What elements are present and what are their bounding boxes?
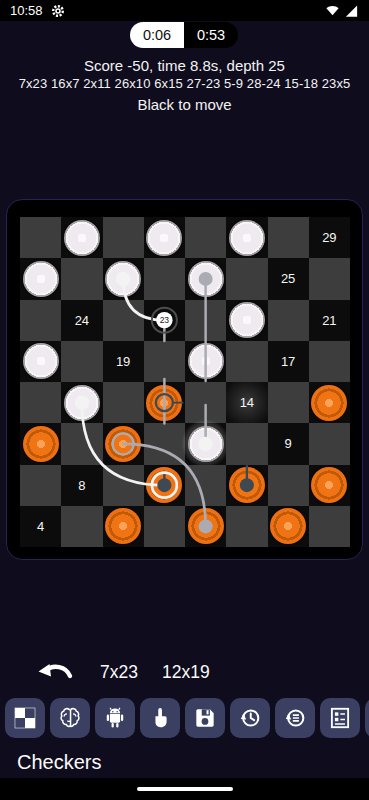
black-piece[interactable] xyxy=(105,508,141,544)
square-21[interactable]: 21 xyxy=(309,300,350,341)
square-22[interactable] xyxy=(226,300,267,341)
phone-screen: 10:58 0:06 0:53 Score -50, time 8.8s, de… xyxy=(0,0,369,800)
white-piece[interactable] xyxy=(229,220,265,256)
light-square xyxy=(185,300,226,341)
light-square xyxy=(226,506,267,547)
black-piece[interactable] xyxy=(146,467,182,503)
light-square xyxy=(226,258,267,299)
square-number: 19 xyxy=(116,354,130,369)
status-clock: 10:58 xyxy=(10,3,43,18)
game-clocks: 0:06 0:53 xyxy=(130,22,238,48)
light-square xyxy=(103,217,144,258)
white-piece[interactable] xyxy=(188,343,224,379)
light-square xyxy=(268,382,309,423)
light-square xyxy=(20,465,61,506)
light-square xyxy=(20,382,61,423)
undo-button[interactable] xyxy=(34,658,76,686)
light-square xyxy=(144,341,185,382)
light-square xyxy=(103,300,144,341)
cellular-icon xyxy=(344,5,359,17)
square-14[interactable]: 14 xyxy=(226,382,267,423)
black-piece[interactable] xyxy=(311,467,347,503)
black-piece[interactable] xyxy=(23,426,59,462)
toolbar xyxy=(0,698,369,744)
extra-button[interactable] xyxy=(365,698,369,738)
square-32[interactable] xyxy=(61,217,102,258)
square-number: 29 xyxy=(322,230,336,245)
status-right-icons xyxy=(325,0,359,21)
square-number: 14 xyxy=(240,395,254,410)
square-20[interactable] xyxy=(20,341,61,382)
square-12[interactable] xyxy=(20,423,61,464)
candidate-move-2[interactable]: 12x19 xyxy=(162,662,210,683)
save-icon xyxy=(192,705,218,731)
light-square xyxy=(309,506,350,547)
square-6[interactable] xyxy=(226,465,267,506)
light-square xyxy=(144,258,185,299)
light-square xyxy=(309,258,350,299)
turn-indicator: Black to move xyxy=(0,96,369,113)
white-clock: 0:06 xyxy=(130,22,184,48)
light-square xyxy=(185,217,226,258)
android-button[interactable] xyxy=(95,698,135,738)
white-piece[interactable] xyxy=(23,343,59,379)
square-1[interactable] xyxy=(268,506,309,547)
black-piece[interactable] xyxy=(229,467,265,503)
square-3[interactable] xyxy=(103,506,144,547)
black-clock: 0:53 xyxy=(184,22,238,48)
candidate-move-1[interactable]: 7x23 xyxy=(100,662,138,683)
white-piece[interactable] xyxy=(146,220,182,256)
square-8[interactable]: 8 xyxy=(61,465,102,506)
light-square xyxy=(185,382,226,423)
light-square xyxy=(144,423,185,464)
replay-button[interactable] xyxy=(275,698,315,738)
square-17[interactable]: 17 xyxy=(268,341,309,382)
light-square xyxy=(61,506,102,547)
white-piece[interactable] xyxy=(64,220,100,256)
light-square xyxy=(309,423,350,464)
checkerboard-icon xyxy=(12,705,38,731)
square-7[interactable] xyxy=(144,465,185,506)
wifi-icon xyxy=(325,5,340,16)
board-grid: 29252421191714984 xyxy=(20,217,350,547)
white-piece[interactable] xyxy=(188,261,224,297)
gear-icon xyxy=(51,4,65,18)
black-piece[interactable] xyxy=(146,385,182,421)
square-number: 4 xyxy=(37,519,44,534)
white-piece[interactable] xyxy=(64,385,100,421)
report-icon xyxy=(327,705,353,731)
page-title: Checkers xyxy=(17,751,101,774)
light-square xyxy=(61,341,102,382)
light-square xyxy=(226,341,267,382)
light-square xyxy=(268,217,309,258)
white-piece[interactable] xyxy=(105,261,141,297)
hint-bar: 7x23 12x19 xyxy=(0,656,369,688)
square-26[interactable] xyxy=(185,258,226,299)
status-bar: 10:58 xyxy=(0,0,369,21)
square-29[interactable]: 29 xyxy=(309,217,350,258)
square-16[interactable] xyxy=(61,382,102,423)
replay-icon xyxy=(282,705,308,731)
android-icon xyxy=(102,705,128,731)
light-square xyxy=(144,506,185,547)
square-28[interactable] xyxy=(20,258,61,299)
square-number: 21 xyxy=(322,313,336,328)
brain-icon xyxy=(57,705,83,731)
white-piece[interactable] xyxy=(23,261,59,297)
light-square xyxy=(61,423,102,464)
android-nav-bar xyxy=(0,778,369,800)
light-square xyxy=(309,341,350,382)
black-piece[interactable] xyxy=(188,508,224,544)
square-number: 9 xyxy=(285,436,292,451)
light-square xyxy=(103,382,144,423)
report-button[interactable] xyxy=(320,698,360,738)
history-icon xyxy=(237,705,263,731)
light-square xyxy=(20,217,61,258)
square-19[interactable]: 19 xyxy=(103,341,144,382)
square-23[interactable] xyxy=(144,300,185,341)
black-piece[interactable] xyxy=(270,508,306,544)
black-piece[interactable] xyxy=(311,385,347,421)
white-piece[interactable] xyxy=(188,426,224,462)
checkerboard-button[interactable] xyxy=(5,698,45,738)
square-5[interactable] xyxy=(309,465,350,506)
black-piece[interactable] xyxy=(105,426,141,462)
square-4[interactable]: 4 xyxy=(20,506,61,547)
light-square xyxy=(268,300,309,341)
history-button[interactable] xyxy=(230,698,270,738)
square-24[interactable]: 24 xyxy=(61,300,102,341)
white-piece[interactable] xyxy=(229,302,265,338)
square-13[interactable] xyxy=(309,382,350,423)
square-30[interactable] xyxy=(226,217,267,258)
undo-arrow-icon xyxy=(34,658,76,686)
light-square xyxy=(20,300,61,341)
gesture-pill[interactable] xyxy=(137,787,233,791)
square-15[interactable] xyxy=(144,382,185,423)
square-number: 17 xyxy=(281,354,295,369)
engine-score-line: Score -50, time 8.8s, depth 25 xyxy=(0,57,369,74)
square-9[interactable]: 9 xyxy=(268,423,309,464)
save-button[interactable] xyxy=(185,698,225,738)
brain-button[interactable] xyxy=(50,698,90,738)
square-2[interactable] xyxy=(185,506,226,547)
light-square xyxy=(103,465,144,506)
square-18[interactable] xyxy=(185,341,226,382)
square-31[interactable] xyxy=(144,217,185,258)
square-27[interactable] xyxy=(103,258,144,299)
light-square xyxy=(61,258,102,299)
board-container: 29252421191714984 23 xyxy=(6,199,363,560)
square-number: 24 xyxy=(75,313,89,328)
square-25[interactable]: 25 xyxy=(268,258,309,299)
engine-pv-line: 7x23 16x7 2x11 26x10 6x15 27-23 5-9 28-2… xyxy=(0,76,369,91)
hand-button[interactable] xyxy=(140,698,180,738)
square-10[interactable] xyxy=(185,423,226,464)
light-square xyxy=(268,465,309,506)
hand-icon xyxy=(147,705,173,731)
light-square xyxy=(185,465,226,506)
square-11[interactable] xyxy=(103,423,144,464)
square-number: 8 xyxy=(78,478,85,493)
light-square xyxy=(226,423,267,464)
square-number: 25 xyxy=(281,271,295,286)
